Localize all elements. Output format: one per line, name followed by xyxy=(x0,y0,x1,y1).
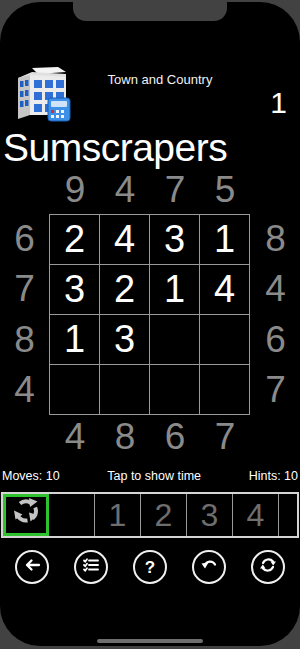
pack-title: Town and Country xyxy=(20,72,300,87)
board-cell-r3c2[interactable]: 3 xyxy=(100,315,149,364)
clue-top-1: 9 xyxy=(50,167,100,212)
clue-top-4: 5 xyxy=(200,167,250,212)
board-cell-r1c1[interactable]: 2 xyxy=(50,215,99,264)
puzzle-list-button[interactable] xyxy=(74,550,108,584)
help-button[interactable]: ? xyxy=(133,550,167,584)
board-cell-r4c2[interactable] xyxy=(100,365,149,414)
board-cell-r1c2[interactable]: 4 xyxy=(100,215,149,264)
board-cell-r2c4[interactable]: 4 xyxy=(200,265,249,314)
clues-top: 9 4 7 5 xyxy=(50,167,250,212)
board-cell-r2c1[interactable]: 3 xyxy=(50,265,99,314)
board-cell-r1c4[interactable]: 1 xyxy=(200,215,249,264)
status-bar: Moves: 10 Tap to show time Hints: 10 xyxy=(2,469,298,483)
back-button[interactable] xyxy=(15,550,49,584)
eraser-tool-selected[interactable] xyxy=(3,494,49,536)
board-cell-r3c3[interactable] xyxy=(150,315,199,364)
clue-left-1: 6 xyxy=(0,214,49,264)
clue-bottom-4: 7 xyxy=(200,416,250,458)
clue-right-3: 6 xyxy=(251,315,300,365)
board-cell-r4c4[interactable] xyxy=(200,365,249,414)
clues-left: 6 7 8 4 xyxy=(0,214,49,415)
clue-top-2: 4 xyxy=(100,167,150,212)
phone-notch xyxy=(73,2,227,21)
undo-arrow-icon xyxy=(198,554,220,580)
moves-counter: Moves: 10 xyxy=(2,469,60,483)
palette-number-3[interactable]: 3 xyxy=(187,494,233,536)
clue-bottom-3: 6 xyxy=(150,416,200,458)
palette-number-2[interactable]: 2 xyxy=(141,494,187,536)
puzzle-number: 1 xyxy=(270,86,287,120)
clue-left-4: 4 xyxy=(0,365,49,415)
recycle-icon xyxy=(10,495,42,535)
board-cell-r2c3[interactable]: 1 xyxy=(150,265,199,314)
clue-top-3: 7 xyxy=(150,167,200,212)
question-mark-icon: ? xyxy=(145,559,155,576)
palette-empty-cell-end[interactable] xyxy=(279,494,297,536)
board-cell-r1c3[interactable]: 3 xyxy=(150,215,199,264)
palette-empty-cell[interactable] xyxy=(49,494,95,536)
clue-bottom-1: 4 xyxy=(50,416,100,458)
clues-right: 8 4 6 7 xyxy=(251,214,300,415)
back-arrow-icon xyxy=(21,554,43,580)
clue-left-3: 8 xyxy=(0,315,49,365)
app-building-icon xyxy=(12,62,72,122)
home-indicator[interactable] xyxy=(97,639,203,643)
clue-right-1: 8 xyxy=(251,214,300,264)
timer-toggle[interactable]: Tap to show time xyxy=(107,469,201,483)
restart-button[interactable] xyxy=(251,550,285,584)
palette-number-1[interactable]: 1 xyxy=(95,494,141,536)
board-cell-r3c4[interactable] xyxy=(200,315,249,364)
clue-bottom-2: 8 xyxy=(100,416,150,458)
board-cell-r4c3[interactable] xyxy=(150,365,199,414)
board-cell-r4c1[interactable] xyxy=(50,365,99,414)
undo-button[interactable] xyxy=(192,550,226,584)
clues-bottom: 4 8 6 7 xyxy=(50,416,250,458)
clue-right-2: 4 xyxy=(251,264,300,314)
page-title: Sumscrapers xyxy=(3,126,227,170)
clue-right-4: 7 xyxy=(251,365,300,415)
puzzle-board: 2 4 3 1 3 2 1 4 1 3 xyxy=(49,214,250,415)
checklist-icon xyxy=(80,554,102,580)
refresh-icon xyxy=(257,554,279,580)
bottom-toolbar: ? xyxy=(0,550,300,584)
hints-counter: Hints: 10 xyxy=(249,469,298,483)
palette-number-4[interactable]: 4 xyxy=(233,494,279,536)
number-palette: 1 2 3 4 xyxy=(1,492,299,538)
calculator-icon xyxy=(48,98,70,121)
board-cell-r3c1[interactable]: 1 xyxy=(50,315,99,364)
board-cell-r2c2[interactable]: 2 xyxy=(100,265,149,314)
clue-left-2: 7 xyxy=(0,264,49,314)
